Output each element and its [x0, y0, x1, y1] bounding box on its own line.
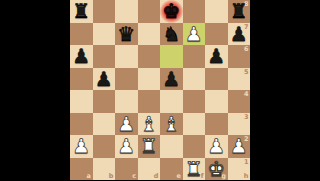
rank-label-1: 1: [244, 159, 249, 166]
black-rook[interactable]: ♜: [70, 0, 93, 23]
white-pawn[interactable]: ♟: [115, 135, 138, 158]
square-a3[interactable]: [70, 113, 93, 136]
square-b2[interactable]: [93, 135, 116, 158]
white-bishop[interactable]: ♝: [160, 113, 183, 136]
square-e4[interactable]: [160, 90, 183, 113]
square-g8[interactable]: [205, 0, 228, 23]
black-queen[interactable]: ♛: [115, 23, 138, 46]
black-rook[interactable]: ♜: [228, 0, 251, 23]
square-g4[interactable]: [205, 90, 228, 113]
square-a8[interactable]: ♜: [70, 0, 93, 23]
black-pawn[interactable]: ♟: [93, 68, 116, 91]
white-pawn[interactable]: ♟: [228, 135, 251, 158]
square-f2[interactable]: [183, 135, 206, 158]
square-e5[interactable]: ♟: [160, 68, 183, 91]
white-pawn[interactable]: ♟: [115, 113, 138, 136]
square-b4[interactable]: [93, 90, 116, 113]
square-h4[interactable]: 4: [228, 90, 251, 113]
file-label-e: e: [177, 173, 181, 180]
square-f4[interactable]: [183, 90, 206, 113]
white-pawn[interactable]: ♟: [183, 23, 206, 46]
square-c3[interactable]: ♟: [115, 113, 138, 136]
square-e7[interactable]: ♞: [160, 23, 183, 46]
square-b7[interactable]: [93, 23, 116, 46]
square-e8[interactable]: ♚: [160, 0, 183, 23]
square-e1[interactable]: e: [160, 158, 183, 181]
square-d7[interactable]: [138, 23, 161, 46]
square-a4[interactable]: [70, 90, 93, 113]
black-pawn[interactable]: ♟: [70, 45, 93, 68]
white-rook[interactable]: ♜: [183, 158, 206, 181]
rank-label-6: 6: [244, 46, 249, 53]
black-knight[interactable]: ♞: [160, 23, 183, 46]
square-c6[interactable]: [115, 45, 138, 68]
black-pawn[interactable]: ♟: [228, 23, 251, 46]
square-d8[interactable]: [138, 0, 161, 23]
square-f8[interactable]: [183, 0, 206, 23]
square-g6[interactable]: ♟: [205, 45, 228, 68]
square-d4[interactable]: [138, 90, 161, 113]
square-e3[interactable]: ♝: [160, 113, 183, 136]
square-f5[interactable]: [183, 68, 206, 91]
square-h8[interactable]: 8♜: [228, 0, 251, 23]
square-g2[interactable]: ♟: [205, 135, 228, 158]
square-h5[interactable]: 5: [228, 68, 251, 91]
square-a7[interactable]: [70, 23, 93, 46]
square-b5[interactable]: ♟: [93, 68, 116, 91]
square-h3[interactable]: 3: [228, 113, 251, 136]
square-c2[interactable]: ♟: [115, 135, 138, 158]
file-label-c: c: [132, 173, 136, 180]
square-a1[interactable]: a: [70, 158, 93, 181]
rank-label-4: 4: [244, 91, 249, 98]
square-g5[interactable]: [205, 68, 228, 91]
square-f3[interactable]: [183, 113, 206, 136]
file-label-b: b: [109, 173, 114, 180]
square-h2[interactable]: 2♟: [228, 135, 251, 158]
white-rook[interactable]: ♜: [138, 135, 161, 158]
square-f6[interactable]: [183, 45, 206, 68]
black-pawn[interactable]: ♟: [205, 45, 228, 68]
square-d3[interactable]: ♝: [138, 113, 161, 136]
rank-label-5: 5: [244, 69, 249, 76]
square-b8[interactable]: [93, 0, 116, 23]
square-g3[interactable]: [205, 113, 228, 136]
square-e6[interactable]: [160, 45, 183, 68]
black-king[interactable]: ♚: [160, 0, 183, 23]
square-c7[interactable]: ♛: [115, 23, 138, 46]
white-pawn[interactable]: ♟: [70, 135, 93, 158]
square-d2[interactable]: ♜: [138, 135, 161, 158]
square-h1[interactable]: 1h: [228, 158, 251, 181]
square-c8[interactable]: [115, 0, 138, 23]
square-b3[interactable]: [93, 113, 116, 136]
chess-board: ♜♚8♜♛♞♟7♟♟♟6♟♟54♟♝♝3♟♟♜♟2♟abcdef♜g♚1h: [70, 0, 250, 180]
white-king[interactable]: ♚: [205, 158, 228, 181]
file-label-a: a: [87, 173, 91, 180]
square-h7[interactable]: 7♟: [228, 23, 251, 46]
white-pawn[interactable]: ♟: [205, 135, 228, 158]
square-a2[interactable]: ♟: [70, 135, 93, 158]
file-label-h: h: [244, 173, 249, 180]
square-d6[interactable]: [138, 45, 161, 68]
square-b1[interactable]: b: [93, 158, 116, 181]
square-b6[interactable]: [93, 45, 116, 68]
square-c1[interactable]: c: [115, 158, 138, 181]
square-e2[interactable]: [160, 135, 183, 158]
square-d5[interactable]: [138, 68, 161, 91]
black-pawn[interactable]: ♟: [160, 68, 183, 91]
square-f1[interactable]: f♜: [183, 158, 206, 181]
file-label-d: d: [154, 173, 159, 180]
square-g7[interactable]: [205, 23, 228, 46]
square-a5[interactable]: [70, 68, 93, 91]
letterbox-background: ♜♚8♜♛♞♟7♟♟♟6♟♟54♟♝♝3♟♟♜♟2♟abcdef♜g♚1h: [0, 0, 320, 180]
square-g1[interactable]: g♚: [205, 158, 228, 181]
rank-label-3: 3: [244, 114, 249, 121]
square-d1[interactable]: d: [138, 158, 161, 181]
square-c5[interactable]: [115, 68, 138, 91]
white-bishop[interactable]: ♝: [138, 113, 161, 136]
square-a6[interactable]: ♟: [70, 45, 93, 68]
square-c4[interactable]: [115, 90, 138, 113]
square-h6[interactable]: 6: [228, 45, 251, 68]
square-f7[interactable]: ♟: [183, 23, 206, 46]
